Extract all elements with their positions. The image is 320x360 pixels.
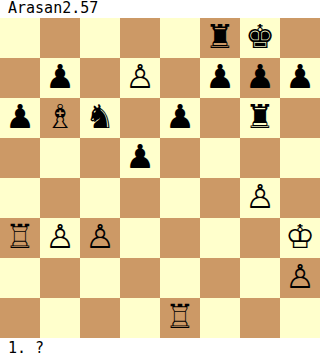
square-d5[interactable]: ♟ (120, 138, 160, 178)
square-e8[interactable] (160, 18, 200, 58)
square-g3[interactable] (240, 218, 280, 258)
square-c6[interactable]: ♞ (80, 98, 120, 138)
piece-white-pawn: ♙ (85, 217, 115, 257)
square-a2[interactable] (0, 258, 40, 298)
square-g8[interactable]: ♚ (240, 18, 280, 58)
square-b2[interactable] (40, 258, 80, 298)
square-f7[interactable]: ♟ (200, 58, 240, 98)
square-f2[interactable] (200, 258, 240, 298)
piece-black-pawn: ♟ (205, 57, 235, 97)
piece-black-rook: ♜ (245, 97, 275, 137)
square-h2[interactable]: ♙ (280, 258, 320, 298)
square-e5[interactable] (160, 138, 200, 178)
square-h8[interactable] (280, 18, 320, 58)
square-d2[interactable] (120, 258, 160, 298)
square-d6[interactable] (120, 98, 160, 138)
square-d3[interactable] (120, 218, 160, 258)
piece-white-pawn: ♙ (125, 57, 155, 97)
square-d8[interactable] (120, 18, 160, 58)
square-f8[interactable]: ♜ (200, 18, 240, 58)
square-a4[interactable] (0, 178, 40, 218)
square-g4[interactable]: ♙ (240, 178, 280, 218)
square-h5[interactable] (280, 138, 320, 178)
square-d1[interactable] (120, 298, 160, 338)
square-h3[interactable]: ♔ (280, 218, 320, 258)
piece-white-pawn: ♙ (45, 217, 75, 257)
piece-black-pawn: ♟ (45, 57, 75, 97)
piece-black-rook: ♜ (205, 17, 235, 57)
square-a3[interactable]: ♖ (0, 218, 40, 258)
square-e3[interactable] (160, 218, 200, 258)
square-f1[interactable] (200, 298, 240, 338)
square-c3[interactable]: ♙ (80, 218, 120, 258)
square-b1[interactable] (40, 298, 80, 338)
move-prompt: 1. ? (0, 338, 320, 360)
piece-white-pawn: ♙ (245, 177, 275, 217)
square-e6[interactable]: ♟ (160, 98, 200, 138)
engine-title: Arasan2.57 (0, 0, 320, 18)
square-c5[interactable] (80, 138, 120, 178)
square-h6[interactable] (280, 98, 320, 138)
piece-black-knight: ♞ (85, 97, 115, 137)
piece-black-pawn: ♟ (125, 137, 155, 177)
piece-white-king: ♔ (285, 217, 315, 257)
piece-black-pawn: ♟ (245, 57, 275, 97)
square-a8[interactable] (0, 18, 40, 58)
square-g5[interactable] (240, 138, 280, 178)
square-g6[interactable]: ♜ (240, 98, 280, 138)
square-b3[interactable]: ♙ (40, 218, 80, 258)
square-h7[interactable]: ♟ (280, 58, 320, 98)
square-c7[interactable] (80, 58, 120, 98)
square-b5[interactable] (40, 138, 80, 178)
square-h1[interactable] (280, 298, 320, 338)
square-d4[interactable] (120, 178, 160, 218)
square-b4[interactable] (40, 178, 80, 218)
chess-board: ♜♚♟♙♟♟♟♟♗♞♟♜♟♙♖♙♙♔♙♖ (0, 18, 320, 338)
piece-white-bishop: ♗ (45, 97, 75, 137)
square-b8[interactable] (40, 18, 80, 58)
piece-white-pawn: ♙ (285, 257, 315, 297)
piece-black-pawn: ♟ (285, 57, 315, 97)
square-e2[interactable] (160, 258, 200, 298)
square-e7[interactable] (160, 58, 200, 98)
square-e1[interactable]: ♖ (160, 298, 200, 338)
piece-black-pawn: ♟ (165, 97, 195, 137)
square-h4[interactable] (280, 178, 320, 218)
square-a1[interactable] (0, 298, 40, 338)
square-e4[interactable] (160, 178, 200, 218)
square-c2[interactable] (80, 258, 120, 298)
square-g7[interactable]: ♟ (240, 58, 280, 98)
square-f6[interactable] (200, 98, 240, 138)
piece-white-rook: ♖ (5, 217, 35, 257)
square-c1[interactable] (80, 298, 120, 338)
square-b7[interactable]: ♟ (40, 58, 80, 98)
square-a6[interactable]: ♟ (0, 98, 40, 138)
square-a7[interactable] (0, 58, 40, 98)
square-f5[interactable] (200, 138, 240, 178)
piece-white-rook: ♖ (165, 297, 195, 337)
piece-black-pawn: ♟ (5, 97, 35, 137)
square-f3[interactable] (200, 218, 240, 258)
square-a5[interactable] (0, 138, 40, 178)
square-c4[interactable] (80, 178, 120, 218)
square-d7[interactable]: ♙ (120, 58, 160, 98)
square-c8[interactable] (80, 18, 120, 58)
square-f4[interactable] (200, 178, 240, 218)
piece-black-king: ♚ (245, 17, 275, 57)
square-b6[interactable]: ♗ (40, 98, 80, 138)
square-g2[interactable] (240, 258, 280, 298)
square-g1[interactable] (240, 298, 280, 338)
